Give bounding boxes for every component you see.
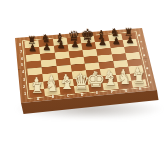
- square-h1: [131, 79, 147, 87]
- square-c1: [59, 86, 75, 95]
- square-e1: [88, 83, 104, 92]
- square-d1: [74, 85, 90, 94]
- board-squares: [24, 33, 146, 98]
- chess-board: [15, 28, 157, 103]
- square-g1: [117, 81, 133, 89]
- square-f1: [103, 82, 119, 91]
- square-b1: [44, 87, 60, 96]
- square-a1: [29, 89, 45, 98]
- chess-set-photo: ABCDEFGH87654321 ♜♞♝♛♚♝♞♜♟♟♟♟♟♟♟♟♟♟♟♟♟♟♟…: [0, 0, 165, 160]
